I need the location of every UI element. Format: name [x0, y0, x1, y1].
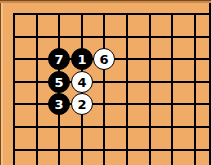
- grid-line-horizontal: [13, 149, 211, 151]
- move-number: 2: [77, 98, 86, 111]
- stone-black-5: 5: [48, 71, 70, 93]
- move-number: 5: [54, 76, 63, 89]
- stone-white-6: 6: [93, 48, 115, 70]
- diagram-right-edge-line: [209, 0, 211, 165]
- board-left-edge-outline: [0, 0, 1, 165]
- move-number: 6: [99, 53, 108, 66]
- go-board-diagram: 1234567: [0, 0, 211, 165]
- move-number: 4: [77, 76, 86, 89]
- stone-white-4: 4: [71, 71, 93, 93]
- grid-line-horizontal: [13, 103, 211, 105]
- stone-black-7: 7: [48, 48, 70, 70]
- grid-line-horizontal: [13, 36, 211, 38]
- board-top-edge-outline: [0, 0, 211, 1]
- board-top-edge-shade: [0, 1, 211, 3]
- stone-white-2: 2: [71, 93, 93, 115]
- stone-black-3: 3: [48, 93, 70, 115]
- move-number: 7: [54, 53, 63, 66]
- grid-line-horizontal: [13, 81, 211, 83]
- grid-line-horizontal: [13, 126, 211, 128]
- move-number: 3: [54, 98, 63, 111]
- move-number: 1: [77, 53, 86, 66]
- grid-line-horizontal: [13, 13, 211, 15]
- stone-black-1: 1: [71, 48, 93, 70]
- board-left-edge-highlight: [1, 0, 3, 165]
